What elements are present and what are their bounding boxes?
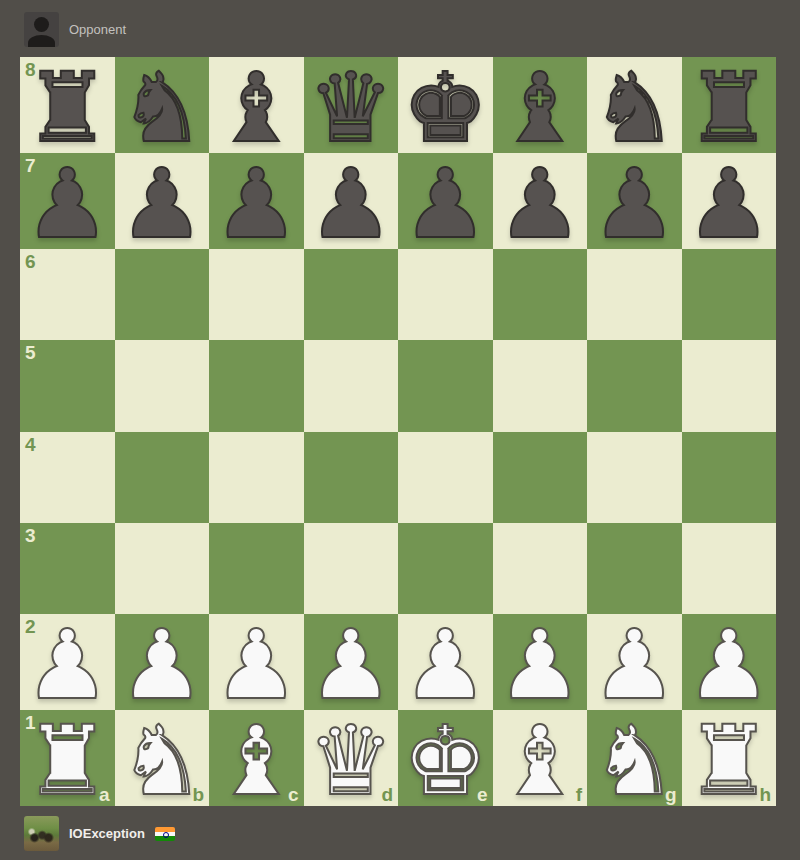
square-b6[interactable] bbox=[115, 249, 210, 340]
opponent-name: Opponent bbox=[69, 12, 126, 47]
square-a8[interactable]: 8♜ bbox=[20, 57, 115, 153]
piece-black-pawn[interactable]: ♟ bbox=[402, 156, 488, 252]
piece-black-knight[interactable]: ♞ bbox=[591, 60, 677, 156]
square-c7[interactable]: ♟ bbox=[209, 153, 304, 249]
square-a3[interactable]: 3 bbox=[20, 523, 115, 614]
square-c1[interactable]: c♝ bbox=[209, 710, 304, 806]
user-name: IOException bbox=[69, 816, 145, 851]
piece-black-bishop[interactable]: ♝ bbox=[213, 60, 299, 156]
piece-white-rook[interactable]: ♜ bbox=[686, 713, 772, 809]
piece-black-rook[interactable]: ♜ bbox=[24, 60, 110, 156]
square-c8[interactable]: ♝ bbox=[209, 57, 304, 153]
piece-white-bishop[interactable]: ♝ bbox=[213, 713, 299, 809]
piece-black-pawn[interactable]: ♟ bbox=[591, 156, 677, 252]
piece-white-pawn[interactable]: ♟ bbox=[402, 617, 488, 713]
square-a2[interactable]: 2♟ bbox=[20, 614, 115, 710]
square-h8[interactable]: ♜ bbox=[682, 57, 777, 153]
piece-white-rook[interactable]: ♜ bbox=[24, 713, 110, 809]
square-g1[interactable]: g♞ bbox=[587, 710, 682, 806]
square-d1[interactable]: d♛ bbox=[304, 710, 399, 806]
square-b7[interactable]: ♟ bbox=[115, 153, 210, 249]
square-f4[interactable] bbox=[493, 432, 588, 523]
square-f6[interactable] bbox=[493, 249, 588, 340]
piece-black-bishop[interactable]: ♝ bbox=[497, 60, 583, 156]
india-flag-icon bbox=[155, 827, 175, 841]
square-g7[interactable]: ♟ bbox=[587, 153, 682, 249]
square-f1[interactable]: f♝ bbox=[493, 710, 588, 806]
square-c6[interactable] bbox=[209, 249, 304, 340]
rank-label-5: 5 bbox=[25, 343, 36, 362]
piece-white-pawn[interactable]: ♟ bbox=[213, 617, 299, 713]
square-h4[interactable] bbox=[682, 432, 777, 523]
square-a6[interactable]: 6 bbox=[20, 249, 115, 340]
rank-label-6: 6 bbox=[25, 252, 36, 271]
chess-board: 8♜♞♝♛♚♝♞♜7♟♟♟♟♟♟♟♟65432♟♟♟♟♟♟♟♟1a♜b♞c♝d♛… bbox=[20, 57, 776, 806]
square-f7[interactable]: ♟ bbox=[493, 153, 588, 249]
square-f2[interactable]: ♟ bbox=[493, 614, 588, 710]
square-d2[interactable]: ♟ bbox=[304, 614, 399, 710]
piece-white-king[interactable]: ♚ bbox=[402, 713, 488, 809]
piece-white-pawn[interactable]: ♟ bbox=[591, 617, 677, 713]
piece-white-pawn[interactable]: ♟ bbox=[308, 617, 394, 713]
square-e8[interactable]: ♚ bbox=[398, 57, 493, 153]
square-a7[interactable]: 7♟ bbox=[20, 153, 115, 249]
piece-black-pawn[interactable]: ♟ bbox=[308, 156, 394, 252]
square-d7[interactable]: ♟ bbox=[304, 153, 399, 249]
square-d3[interactable] bbox=[304, 523, 399, 614]
square-h2[interactable]: ♟ bbox=[682, 614, 777, 710]
square-c2[interactable]: ♟ bbox=[209, 614, 304, 710]
piece-black-rook[interactable]: ♜ bbox=[686, 60, 772, 156]
square-f5[interactable] bbox=[493, 340, 588, 431]
opponent-player-row: Opponent bbox=[24, 12, 126, 47]
square-b8[interactable]: ♞ bbox=[115, 57, 210, 153]
square-e4[interactable] bbox=[398, 432, 493, 523]
square-e5[interactable] bbox=[398, 340, 493, 431]
piece-white-knight[interactable]: ♞ bbox=[119, 713, 205, 809]
square-a5[interactable]: 5 bbox=[20, 340, 115, 431]
square-h5[interactable] bbox=[682, 340, 777, 431]
square-c3[interactable] bbox=[209, 523, 304, 614]
piece-black-pawn[interactable]: ♟ bbox=[213, 156, 299, 252]
person-silhouette-icon bbox=[24, 12, 59, 47]
square-a1[interactable]: 1a♜ bbox=[20, 710, 115, 806]
piece-white-knight[interactable]: ♞ bbox=[591, 713, 677, 809]
square-h6[interactable] bbox=[682, 249, 777, 340]
square-b3[interactable] bbox=[115, 523, 210, 614]
rank-label-3: 3 bbox=[25, 526, 36, 545]
rank-label-4: 4 bbox=[25, 435, 36, 454]
square-h1[interactable]: h♜ bbox=[682, 710, 777, 806]
square-b5[interactable] bbox=[115, 340, 210, 431]
piece-white-bishop[interactable]: ♝ bbox=[497, 713, 583, 809]
square-g5[interactable] bbox=[587, 340, 682, 431]
piece-white-queen[interactable]: ♛ bbox=[308, 713, 394, 809]
square-d6[interactable] bbox=[304, 249, 399, 340]
square-e2[interactable]: ♟ bbox=[398, 614, 493, 710]
square-b4[interactable] bbox=[115, 432, 210, 523]
square-h3[interactable] bbox=[682, 523, 777, 614]
piece-black-queen[interactable]: ♛ bbox=[308, 60, 394, 156]
piece-white-pawn[interactable]: ♟ bbox=[24, 617, 110, 713]
piece-black-pawn[interactable]: ♟ bbox=[686, 156, 772, 252]
square-g4[interactable] bbox=[587, 432, 682, 523]
square-d8[interactable]: ♛ bbox=[304, 57, 399, 153]
user-player-row: IOException bbox=[24, 816, 175, 851]
square-e1[interactable]: e♚ bbox=[398, 710, 493, 806]
square-e6[interactable] bbox=[398, 249, 493, 340]
piece-black-pawn[interactable]: ♟ bbox=[24, 156, 110, 252]
square-e7[interactable]: ♟ bbox=[398, 153, 493, 249]
piece-black-pawn[interactable]: ♟ bbox=[119, 156, 205, 252]
square-a4[interactable]: 4 bbox=[20, 432, 115, 523]
square-e3[interactable] bbox=[398, 523, 493, 614]
square-g3[interactable] bbox=[587, 523, 682, 614]
piece-white-pawn[interactable]: ♟ bbox=[686, 617, 772, 713]
piece-white-pawn[interactable]: ♟ bbox=[119, 617, 205, 713]
piece-black-knight[interactable]: ♞ bbox=[119, 60, 205, 156]
piece-black-king[interactable]: ♚ bbox=[402, 60, 488, 156]
square-d5[interactable] bbox=[304, 340, 399, 431]
square-c5[interactable] bbox=[209, 340, 304, 431]
user-avatar-photo[interactable] bbox=[24, 816, 59, 851]
square-f3[interactable] bbox=[493, 523, 588, 614]
square-b2[interactable]: ♟ bbox=[115, 614, 210, 710]
piece-white-pawn[interactable]: ♟ bbox=[497, 617, 583, 713]
square-h7[interactable]: ♟ bbox=[682, 153, 777, 249]
square-c4[interactable] bbox=[209, 432, 304, 523]
piece-black-pawn[interactable]: ♟ bbox=[497, 156, 583, 252]
square-g6[interactable] bbox=[587, 249, 682, 340]
square-d4[interactable] bbox=[304, 432, 399, 523]
square-b1[interactable]: b♞ bbox=[115, 710, 210, 806]
square-g2[interactable]: ♟ bbox=[587, 614, 682, 710]
square-f8[interactable]: ♝ bbox=[493, 57, 588, 153]
opponent-avatar[interactable] bbox=[24, 12, 59, 47]
square-g8[interactable]: ♞ bbox=[587, 57, 682, 153]
